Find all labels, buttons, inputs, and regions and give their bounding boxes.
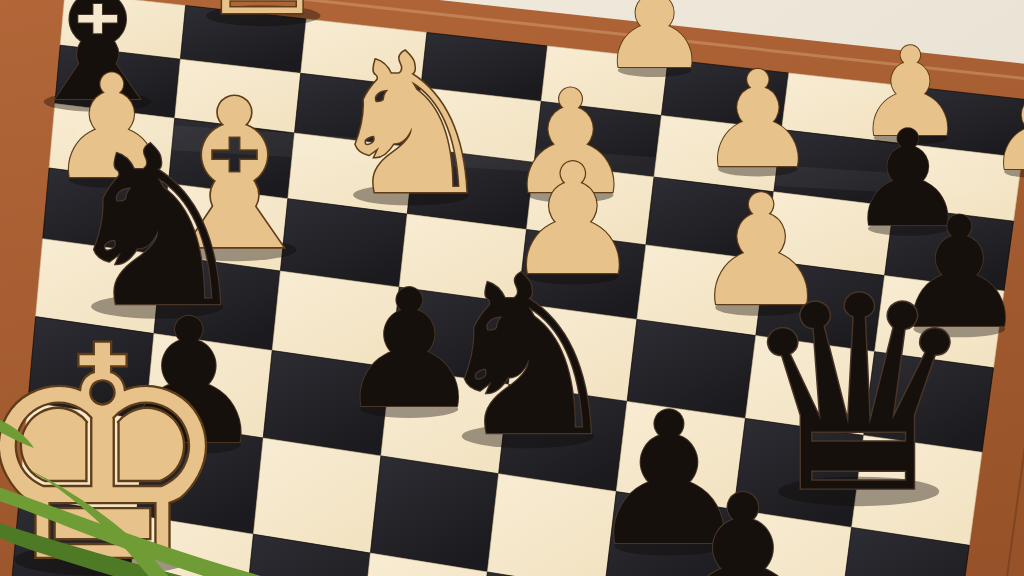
square-c2	[253, 438, 381, 553]
chess-photo-scene: ♛♟♟♟♝♟♟♟♞♟♝♟♟♟♞♟♞♟♛♚♟♟	[0, 0, 1024, 576]
chessboard: ♛♟♟♟♝♟♟♟♞♟♝♟♟♟♞♟♞♟♛♚♟♟	[0, 0, 1024, 576]
piece-white-knight-c6: ♞	[325, 13, 498, 238]
piece-black-pawn-g1: ♟	[656, 454, 829, 576]
piece-white-pawn-h8: ♟	[986, 55, 1024, 198]
piece-white-queen-b8: ♛	[178, 0, 349, 58]
